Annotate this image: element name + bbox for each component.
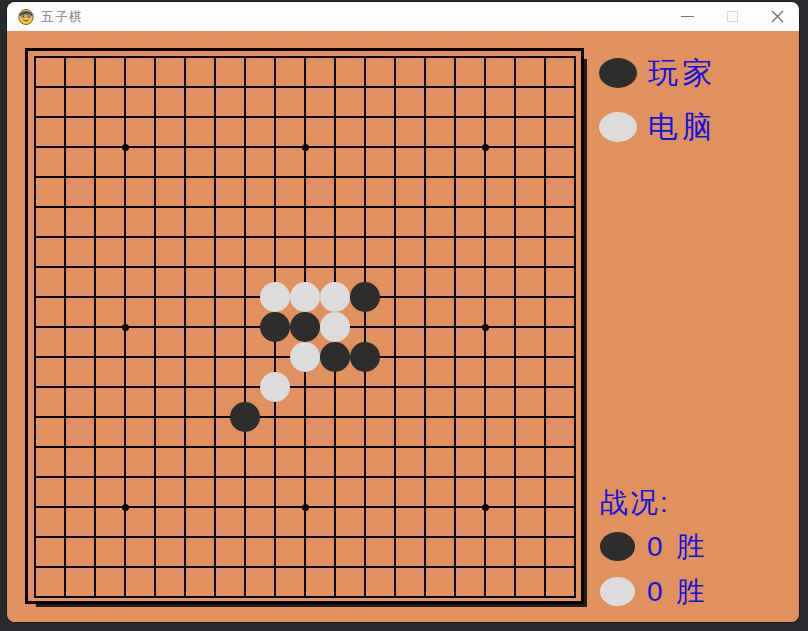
maximize-icon: [727, 11, 738, 22]
star-point: [482, 324, 489, 331]
gomoku-window: 五子棋 玩家 电脑 战况: 0 胜: [7, 2, 799, 622]
star-point: [302, 144, 309, 151]
star-point: [482, 144, 489, 151]
player-legend: 玩家 电脑: [599, 58, 716, 142]
star-point: [122, 324, 129, 331]
scoreboard: 战况: 0 胜 0 胜: [600, 484, 707, 622]
black-stone: [350, 282, 380, 312]
white-stone: [290, 282, 320, 312]
white-stone-icon: [599, 112, 637, 142]
black-stone-icon: [599, 58, 637, 88]
legend-row-player: 玩家: [599, 58, 716, 88]
title-bar[interactable]: 五子棋: [7, 2, 799, 31]
score-row-black: 0 胜: [600, 532, 707, 561]
white-stone: [260, 372, 290, 402]
maximize-button[interactable]: [712, 2, 752, 31]
computer-label: 电脑: [648, 107, 716, 148]
star-point: [122, 144, 129, 151]
white-stone: [320, 282, 350, 312]
black-score: 0 胜: [647, 528, 707, 566]
app-icon: [17, 7, 35, 25]
star-point: [482, 504, 489, 511]
white-stone-icon: [600, 577, 635, 606]
star-point: [122, 504, 129, 511]
close-button[interactable]: [757, 2, 797, 31]
black-stone: [320, 342, 350, 372]
black-stone: [290, 312, 320, 342]
black-stone: [230, 402, 260, 432]
legend-row-computer: 电脑: [599, 112, 716, 142]
board-grid[interactable]: [20, 42, 590, 612]
black-stone: [350, 342, 380, 372]
minimize-icon: [681, 16, 694, 18]
game-area: 玩家 电脑 战况: 0 胜 0 胜: [7, 31, 799, 622]
minimize-button[interactable]: [667, 2, 707, 31]
black-stone-icon: [600, 532, 635, 561]
score-row-white: 0 胜: [600, 577, 707, 606]
window-title: 五子棋: [41, 2, 83, 31]
black-stone: [260, 312, 290, 342]
star-point: [302, 504, 309, 511]
scoreboard-title: 战况:: [600, 484, 707, 522]
white-stone: [290, 342, 320, 372]
player-label: 玩家: [648, 53, 716, 94]
close-icon: [771, 10, 784, 23]
white-stone: [320, 312, 350, 342]
white-score: 0 胜: [647, 573, 707, 611]
white-stone: [260, 282, 290, 312]
